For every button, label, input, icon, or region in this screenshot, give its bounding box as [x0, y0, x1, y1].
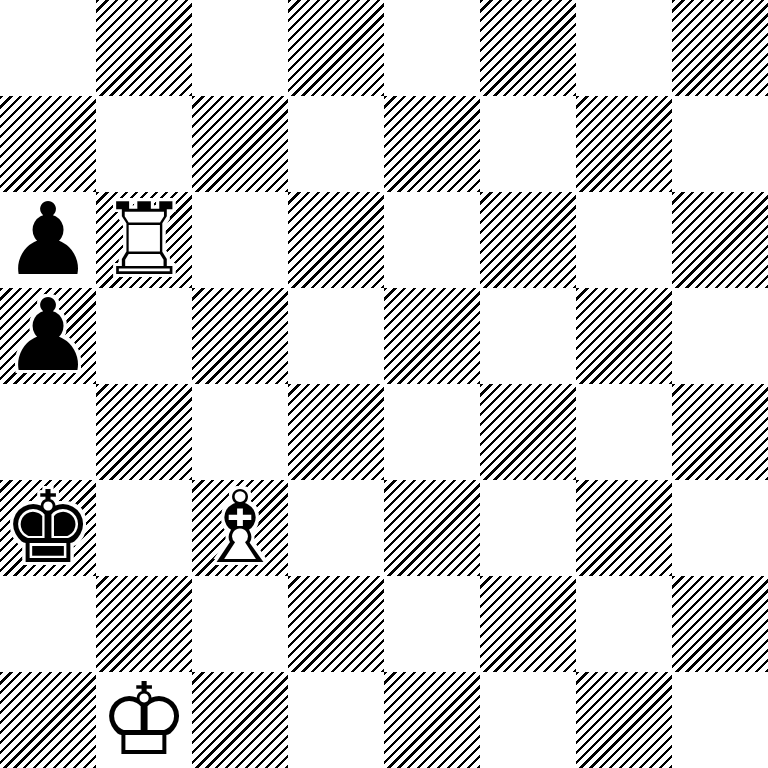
square-b7[interactable]: [96, 96, 192, 192]
square-c3[interactable]: ♝♗: [192, 480, 288, 576]
square-h5[interactable]: [672, 288, 768, 384]
piece-black-king[interactable]: ♚: [0, 480, 96, 576]
square-c7[interactable]: [192, 96, 288, 192]
square-d4[interactable]: [288, 384, 384, 480]
square-g6[interactable]: [576, 192, 672, 288]
square-e8[interactable]: [384, 0, 480, 96]
square-h8[interactable]: [672, 0, 768, 96]
square-h4[interactable]: [672, 384, 768, 480]
square-g2[interactable]: [576, 576, 672, 672]
square-a4[interactable]: [0, 384, 96, 480]
square-a3[interactable]: ♚: [0, 480, 96, 576]
square-a8[interactable]: [0, 0, 96, 96]
square-e1[interactable]: [384, 672, 480, 768]
square-h1[interactable]: [672, 672, 768, 768]
square-b4[interactable]: [96, 384, 192, 480]
square-f2[interactable]: [480, 576, 576, 672]
piece-black-pawn[interactable]: ♟: [0, 192, 96, 288]
square-b3[interactable]: [96, 480, 192, 576]
square-g4[interactable]: [576, 384, 672, 480]
chessboard: ♟♜♖♟♚♝♗♚♔: [0, 0, 768, 768]
square-a7[interactable]: [0, 96, 96, 192]
square-d7[interactable]: [288, 96, 384, 192]
piece-white-rook[interactable]: ♜♖: [96, 192, 192, 288]
square-f3[interactable]: [480, 480, 576, 576]
square-f6[interactable]: [480, 192, 576, 288]
square-a1[interactable]: [0, 672, 96, 768]
square-f7[interactable]: [480, 96, 576, 192]
square-h6[interactable]: [672, 192, 768, 288]
square-d2[interactable]: [288, 576, 384, 672]
square-e3[interactable]: [384, 480, 480, 576]
square-d3[interactable]: [288, 480, 384, 576]
piece-white-king[interactable]: ♚♔: [96, 672, 192, 768]
square-c2[interactable]: [192, 576, 288, 672]
square-g1[interactable]: [576, 672, 672, 768]
square-g3[interactable]: [576, 480, 672, 576]
piece-glyph-outline: ♗: [195, 480, 285, 576]
square-d5[interactable]: [288, 288, 384, 384]
square-g8[interactable]: [576, 0, 672, 96]
square-g7[interactable]: [576, 96, 672, 192]
square-c5[interactable]: [192, 288, 288, 384]
square-e4[interactable]: [384, 384, 480, 480]
square-e7[interactable]: [384, 96, 480, 192]
square-a6[interactable]: ♟: [0, 192, 96, 288]
square-d1[interactable]: [288, 672, 384, 768]
square-f5[interactable]: [480, 288, 576, 384]
square-b5[interactable]: [96, 288, 192, 384]
square-c6[interactable]: [192, 192, 288, 288]
piece-glyph: ♚: [3, 480, 93, 576]
square-h2[interactable]: [672, 576, 768, 672]
piece-glyph-outline: ♖: [99, 192, 189, 288]
square-c1[interactable]: [192, 672, 288, 768]
square-d8[interactable]: [288, 0, 384, 96]
square-b1[interactable]: ♚♔: [96, 672, 192, 768]
square-c8[interactable]: [192, 0, 288, 96]
piece-white-bishop[interactable]: ♝♗: [192, 480, 288, 576]
square-a5[interactable]: ♟: [0, 288, 96, 384]
square-f8[interactable]: [480, 0, 576, 96]
piece-glyph: ♟: [3, 192, 93, 288]
square-b2[interactable]: [96, 576, 192, 672]
piece-glyph-outline: ♔: [99, 672, 189, 768]
square-f4[interactable]: [480, 384, 576, 480]
square-b6[interactable]: ♜♖: [96, 192, 192, 288]
square-h3[interactable]: [672, 480, 768, 576]
square-a2[interactable]: [0, 576, 96, 672]
square-e2[interactable]: [384, 576, 480, 672]
piece-glyph: ♟: [3, 288, 93, 384]
piece-black-pawn[interactable]: ♟: [0, 288, 96, 384]
square-e5[interactable]: [384, 288, 480, 384]
square-e6[interactable]: [384, 192, 480, 288]
square-d6[interactable]: [288, 192, 384, 288]
square-f1[interactable]: [480, 672, 576, 768]
square-g5[interactable]: [576, 288, 672, 384]
square-h7[interactable]: [672, 96, 768, 192]
square-b8[interactable]: [96, 0, 192, 96]
square-c4[interactable]: [192, 384, 288, 480]
